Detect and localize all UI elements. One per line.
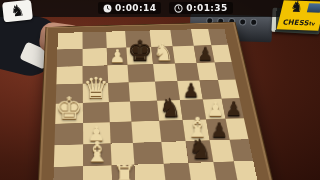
square-b7 [83,48,108,66]
square-e4: ♞ [157,100,182,121]
square-e6 [153,63,177,82]
square-h2 [229,139,253,162]
board-grid: ♟♚♞♟♛♟♚♞♟♟♟♝♟♝♞♜ [53,29,258,180]
square-a2 [54,144,83,167]
white-N-piece: ♞ [153,40,174,64]
black-P-piece: ♟ [182,81,199,100]
square-d4 [130,101,159,122]
black-N-piece: ♞ [159,95,182,121]
black-clock-time: 0:01:35 [186,3,227,13]
white-P-piece: ♟ [109,47,125,65]
knight-icon: ♞ [10,2,26,19]
clock-overlay: 0:00:14 0:01:35 [98,2,233,14]
square-e2 [162,141,189,164]
square-a3 [55,123,84,145]
square-b5: ♛ [83,83,109,103]
channel-name: CHESStv [282,19,316,27]
square-h1 [233,161,258,180]
square-a8 [57,32,82,49]
square-b2: ♝ [83,143,111,166]
square-h7 [211,45,232,62]
square-a7 [57,49,83,67]
square-e1 [164,163,191,180]
square-g7: ♟ [194,45,214,62]
clock-outline-icon [174,4,183,13]
square-d1 [135,164,167,180]
square-c3 [110,121,134,143]
black-P-piece: ♟ [210,120,228,140]
square-a4: ♚ [55,103,83,124]
square-d6 [128,64,155,83]
channel-name-suffix: tv [309,20,316,26]
square-f2: ♞ [185,140,213,163]
square-c6 [107,65,129,84]
white-K-piece: ♚ [55,93,83,124]
white-R-piece: ♜ [112,162,136,180]
square-d2 [133,142,164,165]
white-clock-time: 0:00:14 [115,3,156,13]
white-Q-piece: ♛ [83,74,109,103]
square-b1 [83,166,112,180]
square-c4 [109,102,132,123]
chess-board: ♟♚♞♟♛♟♚♞♟♟♟♝♟♝♞♜ [37,22,276,180]
board-frame: ♟♚♞♟♛♟♚♞♟♟♟♝♟♝♞♜ [37,22,276,180]
square-d7: ♚ [127,47,154,65]
square-a1 [53,166,83,180]
black-P-piece: ♟ [197,44,213,62]
clock-filled-icon [103,4,112,13]
black-N-piece: ♞ [188,136,212,163]
square-b8 [82,32,106,49]
knight-icon: ♞ [288,0,305,15]
black-K-piece: ♚ [128,36,153,64]
square-f7 [172,46,196,64]
black-P-piece: ♟ [225,99,242,118]
white-B-piece: ♝ [85,138,110,166]
channel-name-main: CHESS [282,18,310,27]
square-c1: ♜ [111,165,136,180]
broadcast-frame: ♟♚♞♟♛♟♚♞♟♟♟♝♟♝♞♜ ♞ 0:00:14 0:01:35 ♞ CHE… [0,0,320,180]
square-e7: ♞ [152,46,175,64]
white-clock-chip: 0:00:14 [98,2,161,14]
square-c7: ♟ [107,47,128,65]
square-d5 [129,82,157,102]
square-c5 [108,83,130,103]
square-g2 [210,140,234,163]
black-clock-chip: 0:01:35 [169,2,232,14]
organizer-logo: ♞ [2,0,33,22]
square-d3 [132,121,162,143]
square-h3 [225,118,248,139]
square-h4: ♟ [221,98,244,118]
square-e3 [159,120,185,142]
square-a6 [56,66,82,85]
channel-thumbnail [307,3,320,12]
square-h6 [214,62,235,80]
chesstv-logo: ♞ CHESStv [277,0,320,30]
square-b4 [83,102,110,123]
